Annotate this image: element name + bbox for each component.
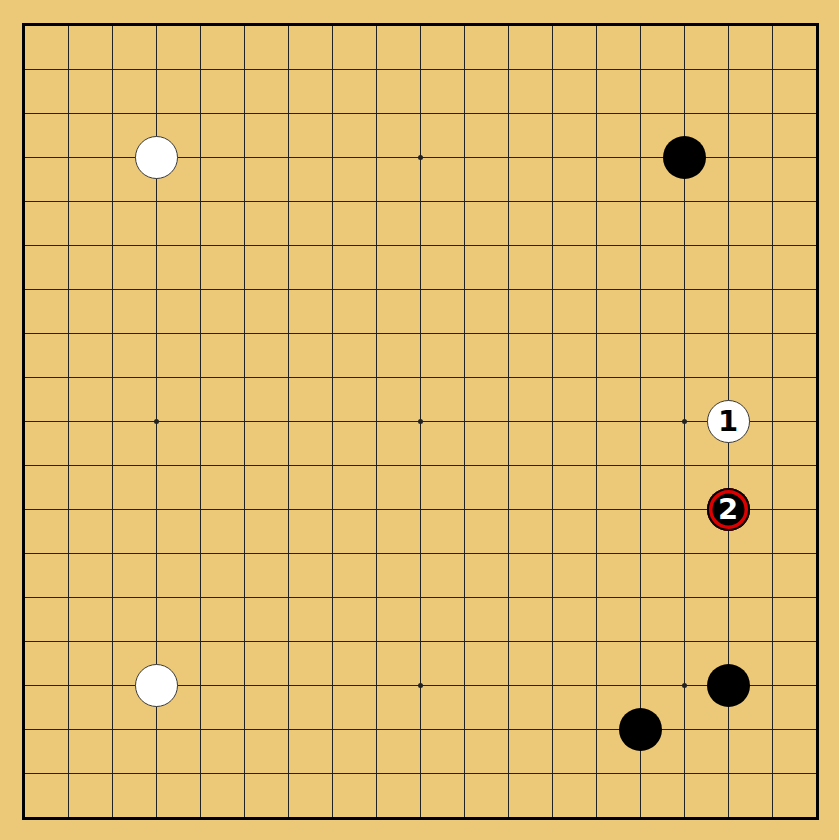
stone-black-r8[interactable]: 2 [707,488,750,531]
go-board[interactable]: 12 [0,0,839,840]
stone-black-r4[interactable] [707,664,750,707]
stone-white-d16[interactable] [135,136,178,179]
star-point [682,419,687,424]
star-point [682,683,687,688]
stone-black-q16[interactable] [663,136,706,179]
stone-white-d4[interactable] [135,664,178,707]
go-diagram: 12 [0,0,839,840]
stone-white-r10[interactable]: 1 [707,400,750,443]
star-point [154,419,159,424]
star-point [418,683,423,688]
stone-black-p3[interactable] [619,708,662,751]
star-point [418,419,423,424]
board-points: 12 [2,3,838,839]
star-point [418,155,423,160]
